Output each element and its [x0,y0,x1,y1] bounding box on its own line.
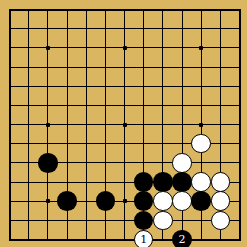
star-point [123,199,127,203]
black-stone [96,191,116,211]
move-1-stone-white: 1 [134,230,154,247]
grid-line-vertical [239,9,241,241]
star-point [199,123,203,127]
move-number-label: 1 [140,234,147,245]
white-stone [211,191,231,211]
star-point [46,46,50,50]
grid-line-horizontal [9,220,241,221]
black-stone [38,153,58,173]
star-point [123,46,127,50]
white-stone [153,211,173,231]
move-number-label: 2 [179,234,186,245]
white-stone [211,211,231,231]
star-point [199,46,203,50]
black-stone [153,172,173,192]
white-stone [211,172,231,192]
star-point [123,123,127,127]
white-stone [153,191,173,211]
black-stone [172,172,192,192]
white-stone [191,172,211,192]
white-stone [191,134,211,154]
star-point [46,123,50,127]
black-stone [134,211,154,231]
move-2-stone-black: 2 [172,230,192,247]
white-stone [172,153,192,173]
black-stone [57,191,77,211]
go-board: 12 [0,0,247,247]
grid-line-horizontal [9,239,241,241]
star-point [46,199,50,203]
black-stone [134,172,154,192]
white-stone [172,191,192,211]
black-stone [134,191,154,211]
black-stone [191,191,211,211]
